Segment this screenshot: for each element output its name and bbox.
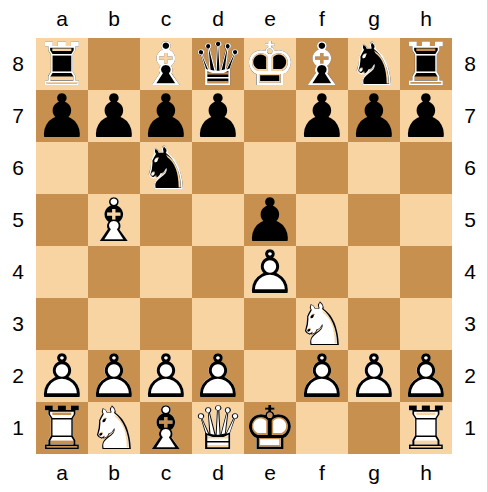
piece-black-pawn[interactable]: ♟ xyxy=(88,90,140,142)
piece-glyph-outline: ♙ xyxy=(296,350,348,402)
coordinate-label-rank-1-right: 1 xyxy=(452,402,488,454)
square-d1[interactable]: ♛♕ xyxy=(192,402,244,454)
piece-black-pawn[interactable]: ♟ xyxy=(400,90,452,142)
square-a6[interactable] xyxy=(36,142,88,194)
piece-white-pawn[interactable]: ♟♙ xyxy=(296,350,348,402)
chess-board-frame: aabbccddeeffgghh8877665544332211♜♖♝♗♛♕♚♔… xyxy=(0,0,488,492)
coordinate-label-rank-3-left: 3 xyxy=(0,298,36,350)
piece-glyph-outline: ♘ xyxy=(140,142,192,194)
square-g4[interactable] xyxy=(348,246,400,298)
square-c5[interactable] xyxy=(140,194,192,246)
piece-glyph-base: ♟ xyxy=(400,90,452,142)
coordinate-label-rank-7-right: 7 xyxy=(452,90,488,142)
square-g5[interactable] xyxy=(348,194,400,246)
square-f1[interactable] xyxy=(296,402,348,454)
square-e7[interactable] xyxy=(244,90,296,142)
coordinate-label-rank-8-left: 8 xyxy=(0,38,36,90)
square-b7[interactable]: ♟ xyxy=(88,90,140,142)
square-d7[interactable]: ♟ xyxy=(192,90,244,142)
square-h4[interactable] xyxy=(400,246,452,298)
piece-black-king[interactable]: ♚♔ xyxy=(244,38,296,90)
coordinate-label-file-g-bottom: g xyxy=(348,454,400,492)
square-g6[interactable] xyxy=(348,142,400,194)
piece-black-pawn[interactable]: ♟ xyxy=(36,90,88,142)
square-b1[interactable]: ♞♘ xyxy=(88,402,140,454)
coordinate-label-rank-7-left: 7 xyxy=(0,90,36,142)
square-d6[interactable] xyxy=(192,142,244,194)
piece-black-pawn[interactable]: ♟ xyxy=(348,90,400,142)
piece-white-rook[interactable]: ♜♖ xyxy=(36,402,88,454)
piece-glyph-base: ♟ xyxy=(192,90,244,142)
square-f2[interactable]: ♟♙ xyxy=(296,350,348,402)
coordinate-label-rank-4-right: 4 xyxy=(452,246,488,298)
square-g1[interactable] xyxy=(348,402,400,454)
piece-white-bishop[interactable]: ♝♗ xyxy=(88,194,140,246)
piece-glyph-outline: ♙ xyxy=(244,246,296,298)
square-c4[interactable] xyxy=(140,246,192,298)
piece-black-pawn[interactable]: ♟ xyxy=(192,90,244,142)
piece-white-rook[interactable]: ♜♖ xyxy=(400,402,452,454)
piece-glyph-base: ♟ xyxy=(296,90,348,142)
square-f6[interactable] xyxy=(296,142,348,194)
piece-white-king[interactable]: ♚♔ xyxy=(244,402,296,454)
square-f5[interactable] xyxy=(296,194,348,246)
square-h5[interactable] xyxy=(400,194,452,246)
coordinate-label-rank-5-right: 5 xyxy=(452,194,488,246)
piece-black-knight[interactable]: ♞♘ xyxy=(140,142,192,194)
coordinate-label-rank-6-right: 6 xyxy=(452,142,488,194)
coordinate-label-rank-2-left: 2 xyxy=(0,350,36,402)
square-d4[interactable] xyxy=(192,246,244,298)
coordinate-label-rank-3-right: 3 xyxy=(452,298,488,350)
square-e3[interactable] xyxy=(244,298,296,350)
piece-glyph-outline: ♗ xyxy=(140,402,192,454)
piece-glyph-base: ♟ xyxy=(348,90,400,142)
square-c6[interactable]: ♞♘ xyxy=(140,142,192,194)
piece-white-pawn[interactable]: ♟♙ xyxy=(244,246,296,298)
piece-glyph-outline: ♕ xyxy=(192,402,244,454)
square-e8[interactable]: ♚♔ xyxy=(244,38,296,90)
square-g7[interactable]: ♟ xyxy=(348,90,400,142)
coordinate-label-file-f-bottom: f xyxy=(296,454,348,492)
coordinate-label-rank-2-right: 2 xyxy=(452,350,488,402)
square-a5[interactable] xyxy=(36,194,88,246)
piece-glyph-outline: ♖ xyxy=(36,402,88,454)
piece-glyph-outline: ♘ xyxy=(88,402,140,454)
coordinate-label-rank-5-left: 5 xyxy=(0,194,36,246)
square-e4[interactable]: ♟♙ xyxy=(244,246,296,298)
square-f7[interactable]: ♟ xyxy=(296,90,348,142)
piece-glyph-outline: ♔ xyxy=(244,402,296,454)
square-a1[interactable]: ♜♖ xyxy=(36,402,88,454)
piece-white-pawn[interactable]: ♟♙ xyxy=(348,350,400,402)
coordinate-label-rank-6-left: 6 xyxy=(0,142,36,194)
piece-glyph-base: ♟ xyxy=(88,90,140,142)
piece-glyph-outline: ♔ xyxy=(244,38,296,90)
piece-glyph-outline: ♖ xyxy=(400,402,452,454)
square-b5[interactable]: ♝♗ xyxy=(88,194,140,246)
square-g2[interactable]: ♟♙ xyxy=(348,350,400,402)
piece-white-knight[interactable]: ♞♘ xyxy=(88,402,140,454)
piece-glyph-outline: ♗ xyxy=(88,194,140,246)
piece-glyph-outline: ♙ xyxy=(348,350,400,402)
square-h7[interactable]: ♟ xyxy=(400,90,452,142)
square-c1[interactable]: ♝♗ xyxy=(140,402,192,454)
piece-white-queen[interactable]: ♛♕ xyxy=(192,402,244,454)
square-e1[interactable]: ♚♔ xyxy=(244,402,296,454)
square-h6[interactable] xyxy=(400,142,452,194)
piece-white-bishop[interactable]: ♝♗ xyxy=(140,402,192,454)
square-a7[interactable]: ♟ xyxy=(36,90,88,142)
coordinate-label-file-b-top: b xyxy=(88,0,140,38)
piece-black-pawn[interactable]: ♟ xyxy=(296,90,348,142)
square-d5[interactable] xyxy=(192,194,244,246)
square-b4[interactable] xyxy=(88,246,140,298)
square-a4[interactable] xyxy=(36,246,88,298)
square-h1[interactable]: ♜♖ xyxy=(400,402,452,454)
coordinate-label-rank-1-left: 1 xyxy=(0,402,36,454)
coordinate-label-rank-8-right: 8 xyxy=(452,38,488,90)
coordinate-label-rank-4-left: 4 xyxy=(0,246,36,298)
piece-glyph-base: ♟ xyxy=(36,90,88,142)
